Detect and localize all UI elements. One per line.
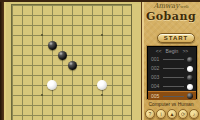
- board-cell[interactable]: [127, 30, 137, 40]
- board-cell[interactable]: [7, 50, 17, 60]
- board-cell[interactable]: [77, 40, 87, 50]
- board-cell[interactable]: [27, 110, 37, 120]
- replay-icon: ⟳: [181, 112, 185, 117]
- go-board[interactable]: [7, 2, 137, 120]
- board-cell[interactable]: [27, 2, 37, 10]
- board-cell[interactable]: [107, 30, 117, 40]
- move-number: 005: [151, 94, 160, 99]
- board-cell[interactable]: [27, 30, 37, 40]
- begin-label: Begin: [166, 49, 179, 54]
- board-cell[interactable]: [97, 50, 107, 60]
- board-cell[interactable]: [97, 60, 107, 70]
- move-rule-line: [163, 77, 184, 78]
- move-row[interactable]: 001: [148, 55, 196, 64]
- white-stone: [97, 80, 107, 90]
- board-cell[interactable]: [57, 80, 67, 90]
- side-panel: Amwayweb Gobang START << Begin >> 001002…: [141, 2, 200, 120]
- upload-button[interactable]: ▲: [167, 109, 177, 119]
- board-cell[interactable]: [87, 2, 97, 10]
- logo-brand-suffix: web: [180, 4, 188, 9]
- black-stone: [58, 51, 67, 60]
- move-list-header: << Begin >>: [148, 47, 196, 55]
- board-cell[interactable]: [87, 20, 97, 30]
- board-cell[interactable]: [47, 100, 57, 110]
- board-cell[interactable]: [127, 50, 137, 60]
- board-cell[interactable]: [17, 50, 27, 60]
- board-cell[interactable]: [17, 40, 27, 50]
- board-cell[interactable]: [37, 40, 47, 50]
- move-rule-line: [163, 86, 184, 87]
- move-number: 002: [151, 66, 160, 71]
- upload-icon: ▲: [170, 112, 175, 117]
- begin-next-arrow[interactable]: >>: [182, 49, 188, 54]
- board-cell[interactable]: [117, 100, 127, 110]
- begin-prev-arrow[interactable]: <<: [156, 49, 162, 54]
- board-cell[interactable]: [77, 2, 87, 10]
- board-cell[interactable]: [97, 30, 107, 40]
- board-cell[interactable]: [47, 110, 57, 120]
- board-cell[interactable]: [47, 20, 57, 30]
- board-cell[interactable]: [127, 2, 137, 10]
- board-cell[interactable]: [117, 80, 127, 90]
- board-cell[interactable]: [67, 2, 77, 10]
- board-cell[interactable]: [87, 70, 97, 80]
- game-mode-label: Computer vs Human: [147, 102, 195, 107]
- board-cell[interactable]: [27, 90, 37, 100]
- move-number: 001: [151, 57, 160, 62]
- board-cell[interactable]: [17, 90, 27, 100]
- board-cell[interactable]: [127, 70, 137, 80]
- start-button[interactable]: START: [157, 33, 195, 43]
- board-cell[interactable]: [77, 90, 87, 100]
- board-cell[interactable]: [107, 90, 117, 100]
- board-cell[interactable]: [67, 30, 77, 40]
- sound-button[interactable]: ♪: [189, 109, 199, 119]
- board-cell[interactable]: [37, 20, 47, 30]
- board-cell[interactable]: [17, 80, 27, 90]
- board-cell[interactable]: [107, 10, 117, 20]
- board-cell[interactable]: [67, 70, 77, 80]
- board-cell[interactable]: [107, 70, 117, 80]
- help-button[interactable]: ?: [145, 109, 155, 119]
- board-cell[interactable]: [27, 20, 37, 30]
- move-row[interactable]: 004: [148, 82, 196, 91]
- move-row[interactable]: 005: [148, 91, 196, 100]
- board-cell[interactable]: [87, 10, 97, 20]
- black-move-stone-icon: [187, 57, 193, 63]
- board-cell[interactable]: [57, 110, 67, 120]
- board-cell[interactable]: [17, 60, 27, 70]
- board-cell[interactable]: [67, 100, 77, 110]
- board-cell[interactable]: [37, 2, 47, 10]
- white-move-stone-icon: [187, 66, 193, 72]
- game-logo: Amwayweb Gobang: [142, 3, 200, 22]
- board-cell[interactable]: [117, 30, 127, 40]
- board-cell[interactable]: [87, 110, 97, 120]
- board-cell[interactable]: [7, 60, 17, 70]
- board-cell[interactable]: [57, 70, 67, 80]
- board-cell[interactable]: [47, 70, 57, 80]
- logo-brand: Amwayweb: [142, 3, 200, 10]
- move-rule-line: [163, 96, 184, 97]
- board-cell[interactable]: [57, 20, 67, 30]
- star-point: [41, 34, 43, 36]
- board-cell[interactable]: [117, 50, 127, 60]
- board-cell[interactable]: [97, 40, 107, 50]
- board-cell[interactable]: [47, 10, 57, 20]
- move-number: 004: [151, 84, 160, 89]
- board-cell[interactable]: [37, 90, 47, 100]
- info-icon: i: [160, 112, 161, 117]
- board-cell[interactable]: [27, 80, 37, 90]
- black-move-stone-icon: [187, 75, 193, 81]
- board-cell[interactable]: [77, 70, 87, 80]
- board-cell[interactable]: [57, 60, 67, 70]
- coin-button-bar: ?i▲⟳♪: [145, 109, 199, 119]
- board-cell[interactable]: [17, 10, 27, 20]
- board-cell[interactable]: [77, 110, 87, 120]
- board-cell[interactable]: [7, 90, 17, 100]
- board-cell[interactable]: [87, 80, 97, 90]
- board-cell[interactable]: [127, 40, 137, 50]
- board-cell[interactable]: [47, 60, 57, 70]
- board-cell[interactable]: [7, 70, 17, 80]
- board-cell[interactable]: [67, 20, 77, 30]
- black-stone: [48, 41, 57, 50]
- board-cell[interactable]: [77, 50, 87, 60]
- move-rule-line: [163, 68, 184, 69]
- board-cell[interactable]: [127, 10, 137, 20]
- board-cell[interactable]: [17, 70, 27, 80]
- board-cell[interactable]: [37, 30, 47, 40]
- board-cell[interactable]: [87, 40, 97, 50]
- help-icon: ?: [149, 112, 152, 117]
- board-cell[interactable]: [37, 110, 47, 120]
- black-stone: [68, 61, 77, 70]
- board-cell[interactable]: [47, 90, 57, 100]
- board-cell[interactable]: [17, 100, 27, 110]
- board-cell[interactable]: [57, 50, 67, 60]
- board-cell[interactable]: [7, 110, 17, 120]
- board-cell[interactable]: [47, 80, 57, 90]
- board-cell[interactable]: [47, 40, 57, 50]
- board-panel: [0, 2, 141, 120]
- board-cell[interactable]: [37, 10, 47, 20]
- board-cell[interactable]: [117, 90, 127, 100]
- board-cell[interactable]: [107, 40, 117, 50]
- board-cell[interactable]: [117, 40, 127, 50]
- star-point: [101, 34, 103, 36]
- board-cell[interactable]: [77, 20, 87, 30]
- board-cell[interactable]: [7, 20, 17, 30]
- board-cell[interactable]: [27, 70, 37, 80]
- board-cell[interactable]: [97, 20, 107, 30]
- board-frame-highlight: [4, 2, 6, 120]
- move-rule-line: [163, 59, 184, 60]
- replay-button[interactable]: ⟳: [178, 109, 188, 119]
- board-cell[interactable]: [67, 10, 77, 20]
- board-cell[interactable]: [107, 50, 117, 60]
- board-cell[interactable]: [47, 30, 57, 40]
- board-cell[interactable]: [77, 60, 87, 70]
- board-cell[interactable]: [107, 80, 117, 90]
- board-cell[interactable]: [117, 20, 127, 30]
- board-cell[interactable]: [117, 10, 127, 20]
- board-cell[interactable]: [27, 100, 37, 110]
- board-cell[interactable]: [77, 30, 87, 40]
- board-cell[interactable]: [37, 80, 47, 90]
- board-cell[interactable]: [67, 90, 77, 100]
- board-cell[interactable]: [107, 2, 117, 10]
- board-cell[interactable]: [7, 40, 17, 50]
- board-cell[interactable]: [67, 60, 77, 70]
- board-cell[interactable]: [97, 10, 107, 20]
- logo-brand-text: Amway: [153, 2, 179, 10]
- board-cell[interactable]: [17, 30, 27, 40]
- board-cell[interactable]: [117, 2, 127, 10]
- board-cell[interactable]: [107, 20, 117, 30]
- board-cell[interactable]: [117, 60, 127, 70]
- star-point: [101, 94, 103, 96]
- board-cell[interactable]: [97, 90, 107, 100]
- board-cell[interactable]: [127, 110, 137, 120]
- board-cell[interactable]: [107, 100, 117, 110]
- star-point: [41, 94, 43, 96]
- board-cell[interactable]: [47, 50, 57, 60]
- board-cell[interactable]: [67, 40, 77, 50]
- board-cell[interactable]: [27, 60, 37, 70]
- info-button[interactable]: i: [156, 109, 166, 119]
- board-cell[interactable]: [87, 30, 97, 40]
- board-cell[interactable]: [27, 10, 37, 20]
- board-cell[interactable]: [97, 100, 107, 110]
- board-cell[interactable]: [67, 50, 77, 60]
- board-cell[interactable]: [47, 2, 57, 10]
- board-cell[interactable]: [7, 80, 17, 90]
- board-cell[interactable]: [27, 40, 37, 50]
- board-cell[interactable]: [87, 60, 97, 70]
- board-cell[interactable]: [77, 10, 87, 20]
- move-row[interactable]: 003: [148, 73, 196, 82]
- board-cell[interactable]: [127, 80, 137, 90]
- board-cell[interactable]: [37, 60, 47, 70]
- board-cell[interactable]: [127, 60, 137, 70]
- board-cell[interactable]: [87, 50, 97, 60]
- board-cell[interactable]: [77, 100, 87, 110]
- board-cell[interactable]: [97, 70, 107, 80]
- board-cell[interactable]: [7, 100, 17, 110]
- board-cell[interactable]: [7, 10, 17, 20]
- board-cell[interactable]: [57, 10, 67, 20]
- board-cell[interactable]: [37, 70, 47, 80]
- board-cell[interactable]: [77, 80, 87, 90]
- board-cell[interactable]: [17, 110, 27, 120]
- board-cell[interactable]: [127, 100, 137, 110]
- gobang-game-window: Amwayweb Gobang START << Begin >> 001002…: [0, 0, 200, 120]
- logo-title: Gobang: [142, 11, 200, 22]
- board-cell[interactable]: [17, 20, 27, 30]
- board-cell[interactable]: [57, 90, 67, 100]
- board-cell[interactable]: [7, 30, 17, 40]
- move-row[interactable]: 002: [148, 64, 196, 73]
- board-cell[interactable]: [117, 70, 127, 80]
- white-stone: [47, 80, 57, 90]
- black-move-stone-icon: [187, 93, 193, 99]
- move-number: 003: [151, 75, 160, 80]
- board-cell[interactable]: [17, 2, 27, 10]
- board-cell[interactable]: [57, 30, 67, 40]
- board-cell[interactable]: [107, 110, 117, 120]
- board-cell[interactable]: [127, 90, 137, 100]
- board-cell[interactable]: [57, 2, 67, 10]
- board-cell[interactable]: [87, 90, 97, 100]
- board-cell[interactable]: [57, 40, 67, 50]
- sound-icon: ♪: [193, 112, 196, 117]
- board-cell[interactable]: [97, 80, 107, 90]
- board-cell[interactable]: [37, 100, 47, 110]
- board-cell[interactable]: [87, 100, 97, 110]
- board-cell[interactable]: [117, 110, 127, 120]
- board-cell[interactable]: [97, 2, 107, 10]
- board-cell[interactable]: [7, 2, 17, 10]
- board-cell[interactable]: [37, 50, 47, 60]
- board-cell[interactable]: [107, 60, 117, 70]
- board-cell[interactable]: [57, 100, 67, 110]
- board-cell[interactable]: [127, 20, 137, 30]
- board-cell[interactable]: [27, 50, 37, 60]
- move-rows: 001002003004005: [148, 55, 196, 100]
- board-cell[interactable]: [67, 110, 77, 120]
- white-move-stone-icon: [187, 84, 193, 90]
- board-cell[interactable]: [97, 110, 107, 120]
- move-list-panel: << Begin >> 001002003004005: [147, 46, 197, 99]
- board-cell[interactable]: [67, 80, 77, 90]
